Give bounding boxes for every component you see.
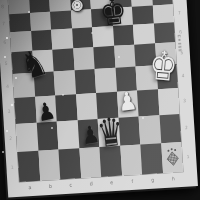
square-g2[interactable]	[139, 115, 161, 144]
file-label-d: d	[90, 180, 94, 186]
rank-label-left-2: 2	[9, 136, 12, 141]
file-label-e: e	[110, 179, 113, 185]
file-label-g: g	[151, 177, 155, 183]
square-a1[interactable]	[18, 151, 40, 182]
rank-label-right-4: 4	[182, 73, 185, 78]
chessboard-grid	[8, 0, 183, 182]
square-e4[interactable]	[95, 68, 117, 93]
file-label-c: c	[69, 182, 72, 188]
square-d5[interactable]	[73, 47, 95, 70]
rank-label-left-1: 1	[11, 165, 14, 170]
rank-label-left-3: 3	[7, 109, 10, 114]
chessboard: CHESS abcdefgh1122334455667788♚♞♚♟♟♟♛	[0, 0, 198, 198]
square-g1[interactable]	[140, 143, 162, 174]
square-a8[interactable]	[8, 0, 29, 14]
file-label-b: b	[49, 183, 53, 189]
rank-label-left-4: 4	[6, 84, 9, 89]
rank-label-left-5: 5	[5, 61, 8, 66]
white-king-glyph: ♚	[148, 45, 179, 87]
square-c1[interactable]	[58, 148, 80, 179]
square-c6[interactable]	[51, 28, 73, 49]
rank-label-left-7: 7	[2, 21, 5, 26]
square-a7[interactable]	[9, 13, 31, 32]
rank-label-right-6: 6	[179, 29, 182, 34]
square-c2[interactable]	[57, 120, 79, 149]
square-g7[interactable]	[132, 5, 154, 24]
square-h7[interactable]	[152, 4, 174, 23]
black-king-glyph: ♚	[98, 0, 129, 32]
board-corner-logo	[165, 147, 181, 168]
square-c5[interactable]	[52, 48, 74, 71]
rank-label-right-2: 2	[185, 125, 188, 130]
square-b7[interactable]	[30, 12, 52, 31]
rank-label-left-6: 6	[3, 40, 6, 45]
square-a2[interactable]	[16, 123, 38, 152]
black-queen-glyph: ♛	[95, 112, 125, 154]
square-a3[interactable]	[14, 97, 36, 124]
file-label-h: h	[171, 175, 175, 181]
rank-label-right-1: 1	[187, 154, 190, 159]
rank-label-left-8: 8	[1, 4, 4, 9]
square-h6[interactable]	[153, 22, 175, 43]
square-f5[interactable]	[114, 45, 136, 68]
square-c7[interactable]	[50, 10, 72, 29]
square-h2[interactable]	[159, 114, 181, 143]
square-d4[interactable]	[74, 69, 96, 94]
file-label-f: f	[131, 178, 133, 184]
square-d1[interactable]	[79, 147, 101, 178]
square-g3[interactable]	[137, 89, 159, 116]
square-b1[interactable]	[38, 149, 60, 180]
photo-background: CHESS abcdefgh1122334455667788♚♞♚♟♟♟♛	[0, 0, 200, 200]
square-d7[interactable]	[70, 9, 92, 28]
square-d6[interactable]	[72, 27, 94, 48]
square-d3[interactable]	[76, 93, 98, 120]
file-label-a: a	[28, 184, 31, 190]
square-h3[interactable]	[157, 88, 179, 115]
square-c4[interactable]	[54, 70, 76, 95]
square-c3[interactable]	[55, 94, 77, 121]
piece-white-rook-d8[interactable]	[71, 0, 83, 11]
square-e5[interactable]	[93, 46, 115, 69]
rank-label-right-7: 7	[178, 10, 181, 15]
rank-label-right-3: 3	[183, 98, 186, 103]
rank-label-right-5: 5	[180, 50, 183, 55]
